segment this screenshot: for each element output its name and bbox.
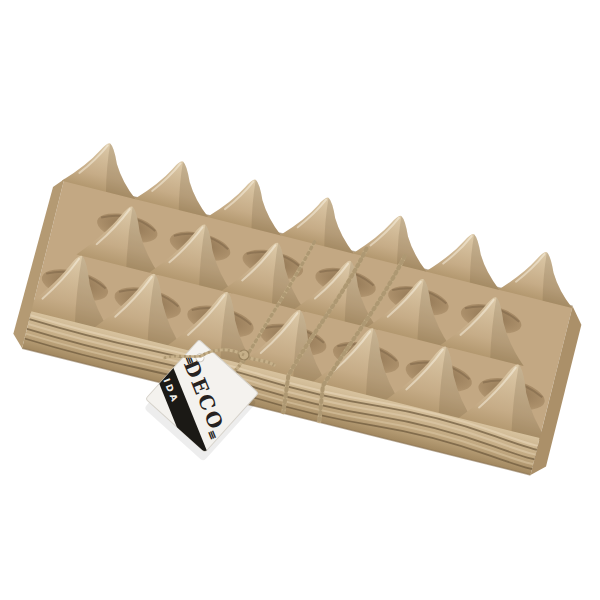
egg-carton-scene: IDA ≡ DECO ≡ xyxy=(0,0,600,600)
egg-tray-stack xyxy=(10,132,596,478)
product-photo: IDA ≡ DECO ≡ xyxy=(0,0,600,600)
